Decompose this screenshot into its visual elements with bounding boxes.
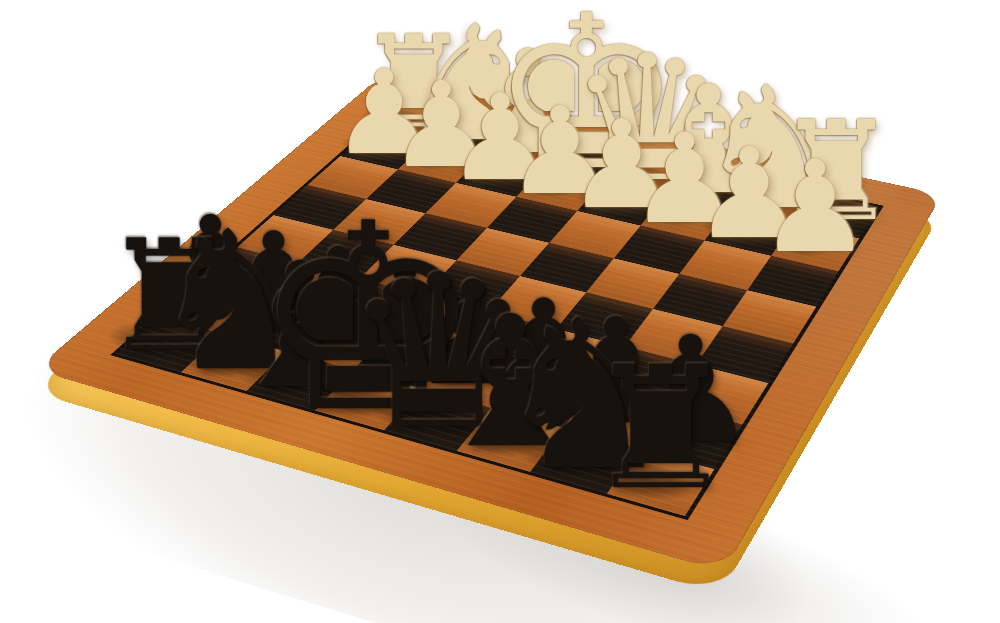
product-photo-scene: ♜♞♝♚♛♝♞♜♟♟♟♟♟♟♟♟♟♟♟♟♟♟♟♟♜♞♝♚♛♝♞♜ xyxy=(0,0,1000,623)
chess-board xyxy=(180,0,860,616)
squares-grid xyxy=(116,103,879,517)
playing-area xyxy=(110,100,884,520)
